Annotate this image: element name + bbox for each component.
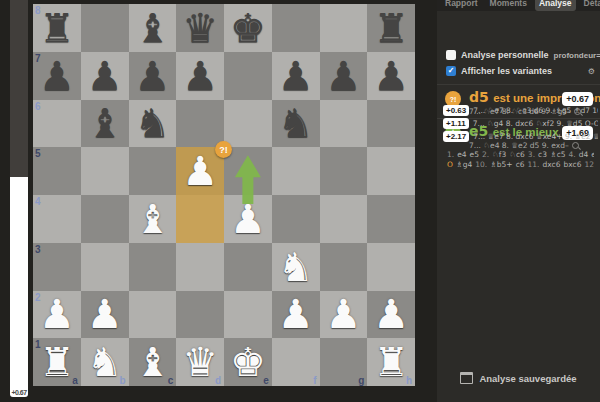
square-f1[interactable]: f [272, 338, 320, 386]
piece-black-queen[interactable]: ♛ [176, 4, 224, 52]
square-c2[interactable] [129, 291, 177, 339]
gear-icon[interactable]: ⚙ [588, 67, 595, 76]
move-token[interactable]: ♗b5+ [490, 160, 513, 169]
engine-eval-badge: +2.17 [443, 131, 469, 142]
saved-analysis-label: Analyse sauvegardée [479, 373, 576, 384]
square-d2[interactable] [176, 291, 224, 339]
eval-bar-value: +0.67 [10, 389, 28, 396]
square-g8[interactable] [320, 4, 368, 52]
square-f3[interactable]: ♞ [272, 243, 320, 291]
move-token[interactable]: dxc6 [543, 160, 561, 169]
piece-white-pawn[interactable]: ♟ [320, 291, 368, 339]
piece-black-pawn[interactable]: ♟ [129, 52, 177, 100]
square-c3[interactable] [129, 243, 177, 291]
square-a2[interactable]: 2♟ [33, 291, 81, 339]
square-h5[interactable] [367, 147, 415, 195]
square-e1[interactable]: e♚ [224, 338, 272, 386]
piece-white-knight[interactable]: ♞ [81, 338, 129, 386]
square-f6[interactable]: ♞ [272, 100, 320, 148]
tab-analyse[interactable]: Analyse [535, 0, 576, 11]
move-token[interactable]: ♗g4 [456, 160, 472, 169]
piece-black-rook[interactable]: ♜ [367, 4, 415, 52]
square-b7[interactable]: ♟ [81, 52, 129, 100]
square-b8[interactable] [81, 4, 129, 52]
square-f2[interactable]: ♟ [272, 291, 320, 339]
square-h3[interactable] [367, 243, 415, 291]
square-b2[interactable]: ♟ [81, 291, 129, 339]
file-label-g: g [358, 375, 364, 386]
square-h2[interactable]: ♟ [367, 291, 415, 339]
piece-white-knight[interactable]: ♞ [272, 243, 320, 291]
square-d1[interactable]: d♛ [176, 338, 224, 386]
personal-analysis-checkbox[interactable] [446, 50, 456, 60]
piece-black-pawn[interactable]: ♟ [272, 52, 320, 100]
personal-analysis-row: Analyse personnelle profondeur=18 [446, 50, 595, 60]
square-h1[interactable]: h♜ [367, 338, 415, 386]
move-number: 4. [569, 150, 576, 159]
square-e5[interactable] [224, 147, 272, 195]
square-c8[interactable]: ♝ [129, 4, 177, 52]
piece-white-pawn[interactable]: ♟ [224, 195, 272, 243]
move-number: 12. [584, 160, 594, 169]
square-g4[interactable] [320, 195, 368, 243]
square-a6[interactable]: 6 [33, 100, 81, 148]
tab-détails[interactable]: Détails [580, 0, 600, 11]
square-d8[interactable]: ♛ [176, 4, 224, 52]
square-f7[interactable]: ♟ [272, 52, 320, 100]
square-f5[interactable] [272, 147, 320, 195]
piece-black-king[interactable]: ♚ [224, 4, 272, 52]
piece-white-bishop[interactable]: ♝ [129, 338, 177, 386]
move-token[interactable]: ♘f3 [492, 150, 506, 159]
square-e4[interactable]: ♟ [224, 195, 272, 243]
square-a4[interactable]: 4 [33, 195, 81, 243]
square-a5[interactable]: 5 [33, 147, 81, 195]
piece-white-king[interactable]: ♚ [224, 338, 272, 386]
square-a3[interactable]: 3 [33, 243, 81, 291]
show-variants-checkbox[interactable]: ✓ [446, 66, 456, 76]
square-c4[interactable]: ♝ [129, 195, 177, 243]
depth-label: profondeur=18 [554, 51, 600, 60]
piece-white-pawn[interactable]: ♟ [81, 291, 129, 339]
square-c5[interactable] [129, 147, 177, 195]
rank-label-3: 3 [35, 244, 41, 255]
square-h6[interactable] [367, 100, 415, 148]
square-b3[interactable] [81, 243, 129, 291]
square-g6[interactable] [320, 100, 368, 148]
piece-black-pawn[interactable]: ♟ [33, 52, 81, 100]
square-g5[interactable] [320, 147, 368, 195]
engine-eval-badge: +1.11 [443, 118, 469, 129]
rank-label-6: 6 [35, 101, 41, 112]
piece-white-rook[interactable]: ♜ [33, 338, 81, 386]
engine-line-3[interactable]: +2.177... ♕e7 8. dxc6 ♕xe4+ 9. ♕e2 ♕xe– [443, 130, 598, 143]
engine-line-moves: 7... ♕e7 8. dxc6 ♕xe4+ 9. ♕e2 ♕xe– [473, 132, 598, 141]
piece-black-pawn[interactable]: ♟ [176, 52, 224, 100]
piece-black-bishop[interactable]: ♝ [81, 100, 129, 148]
square-g2[interactable]: ♟ [320, 291, 368, 339]
show-variants-row: ✓ Afficher les variantes ⚙ [446, 66, 595, 76]
square-g3[interactable] [320, 243, 368, 291]
square-g1[interactable]: g [320, 338, 368, 386]
file-label-f: f [313, 375, 316, 386]
move-token[interactable]: c6 [516, 160, 525, 169]
square-b4[interactable] [81, 195, 129, 243]
personal-analysis-label: Analyse personnelle [461, 50, 549, 60]
piece-black-rook[interactable]: ♜ [33, 4, 81, 52]
saved-analysis-row[interactable]: Analyse sauvegardée [437, 372, 600, 384]
square-c1[interactable]: c♝ [129, 338, 177, 386]
move-token[interactable]: ♗c5 [550, 150, 566, 159]
piece-white-queen[interactable]: ♛ [176, 338, 224, 386]
move-token[interactable]: e4 [457, 150, 466, 159]
square-b1[interactable]: b♞ [81, 338, 129, 386]
piece-white-rook[interactable]: ♜ [367, 338, 415, 386]
square-e2[interactable] [224, 291, 272, 339]
tab-rapport[interactable]: Rapport [441, 0, 482, 11]
square-e3[interactable] [224, 243, 272, 291]
square-d3[interactable] [176, 243, 224, 291]
show-variants-label: Afficher les variantes [461, 66, 552, 76]
piece-black-knight[interactable]: ♞ [129, 100, 177, 148]
square-d4[interactable] [176, 195, 224, 243]
square-a7[interactable]: 7♟ [33, 52, 81, 100]
analysis-screen: +0.67 8♜♝♛♚♜7♟♟♟♟♟♟♟6♝♞♞5♟4♝♟3♞2♟♟♟♟♟1a♜… [0, 0, 600, 402]
engine-line-2[interactable]: +1.117... ♘g4 8. dxc6 ♘xf2 9. ♕d5 O-O 10… [443, 117, 598, 130]
square-d6[interactable] [176, 100, 224, 148]
piece-black-pawn[interactable]: ♟ [81, 52, 129, 100]
engine-line-moves: 7... ♘g4 8. dxc6 ♘xf2 9. ♕d5 O-O 10– [473, 119, 598, 128]
piece-white-pawn[interactable]: ♟ [33, 291, 81, 339]
piece-black-bishop[interactable]: ♝ [129, 4, 177, 52]
square-c7[interactable]: ♟ [129, 52, 177, 100]
square-e7[interactable] [224, 52, 272, 100]
square-e6[interactable] [224, 100, 272, 148]
move-token[interactable]: exd4 [591, 150, 594, 159]
move-number: 2. [482, 150, 489, 159]
rank-label-4: 4 [35, 196, 41, 207]
move-number: 1. [447, 150, 454, 159]
engine-line-1[interactable]: +0.637... ♘e7 8. ♘c3 d6 9. ♗g5 ♗d7 10. a… [443, 104, 598, 117]
inaccuracy-move: d5 [469, 89, 489, 105]
analysis-panel: RapportMomentsAnalyseDétails Analyse per… [437, 0, 600, 402]
move-number: 10. [475, 160, 487, 169]
tab-moments[interactable]: Moments [486, 0, 531, 11]
piece-black-pawn[interactable]: ♟ [320, 52, 368, 100]
square-a8[interactable]: 8♜ [33, 4, 81, 52]
piece-white-pawn[interactable]: ♟ [367, 291, 415, 339]
piece-black-pawn[interactable]: ♟ [367, 52, 415, 100]
eval-bar: +0.67 [10, 0, 28, 397]
move-token[interactable]: e5 [470, 150, 479, 159]
magnifier-icon[interactable] [572, 142, 579, 149]
move-token[interactable]: bxc6 [563, 160, 581, 169]
eval-bar-white-fill [10, 177, 28, 397]
square-h8[interactable]: ♜ [367, 4, 415, 52]
move-token[interactable]: ♘c6 [509, 150, 525, 159]
chess-board[interactable]: 8♜♝♛♚♜7♟♟♟♟♟♟♟6♝♞♞5♟4♝♟3♞2♟♟♟♟♟1a♜b♞c♝d♛… [33, 4, 415, 386]
square-h4[interactable] [367, 195, 415, 243]
piece-white-bishop[interactable]: ♝ [129, 195, 177, 243]
move-number: 11. [528, 160, 540, 169]
square-f4[interactable] [272, 195, 320, 243]
square-a1[interactable]: 1a♜ [33, 338, 81, 386]
piece-white-pawn[interactable]: ♟ [272, 291, 320, 339]
move-number: 3. [528, 150, 535, 159]
square-f8[interactable] [272, 4, 320, 52]
move-list[interactable]: 1.e4e52.♘f3♘c63.c3♗c54.d4exd45.cxd4♗b66.… [447, 150, 594, 366]
rank-label-5: 5 [35, 148, 41, 159]
move-token[interactable]: c3 [538, 150, 547, 159]
square-d7[interactable]: ♟ [176, 52, 224, 100]
engine-eval-badge: +0.63 [443, 105, 469, 116]
square-e8[interactable]: ♚ [224, 4, 272, 52]
square-b5[interactable] [81, 147, 129, 195]
square-b6[interactable]: ♝ [81, 100, 129, 148]
save-icon [460, 372, 473, 384]
tab-bar: RapportMomentsAnalyseDétails [437, 0, 600, 11]
square-c6[interactable]: ♞ [129, 100, 177, 148]
engine-line-moves: 7... ♘e7 8. ♘c3 d6 9. ♗g5 ♗d7 10. a– [473, 106, 598, 115]
square-g7[interactable]: ♟ [320, 52, 368, 100]
square-h7[interactable]: ♟ [367, 52, 415, 100]
move-token[interactable]: d4 [579, 150, 589, 159]
piece-black-knight[interactable]: ♞ [272, 100, 320, 148]
